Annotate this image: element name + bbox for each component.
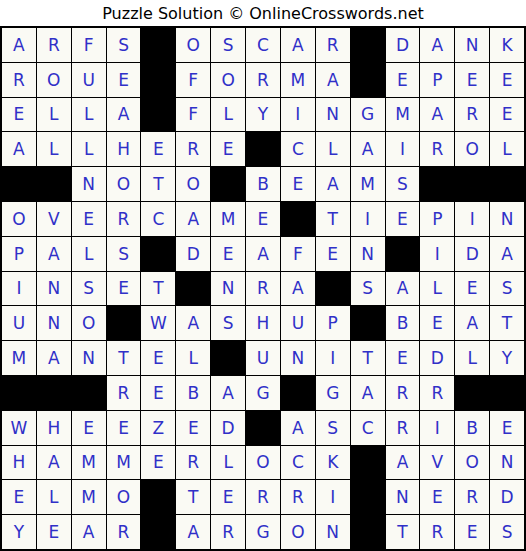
letter-cell-r4c13: R	[420, 132, 454, 166]
letter-cell-r13c13: V	[420, 446, 454, 480]
letter-cell-r8c8: R	[246, 272, 280, 306]
letter-cell-r8c7: N	[211, 272, 245, 306]
block-cell-r15c5	[141, 515, 175, 549]
letter-cell-r6c14: I	[455, 202, 489, 236]
block-cell-r1c11	[351, 28, 385, 62]
block-cell-r5c15	[490, 167, 524, 201]
letter-cell-r1c7: S	[211, 28, 245, 62]
letter-cell-r15c9: O	[281, 515, 315, 549]
letter-cell-r11c13: R	[420, 376, 454, 410]
letter-cell-r7c1: P	[2, 237, 36, 271]
letter-cell-r8c9: A	[281, 272, 315, 306]
letter-cell-r14c12: N	[386, 480, 420, 514]
letter-cell-r5c12: S	[386, 167, 420, 201]
letter-cell-r2c4: E	[107, 63, 141, 97]
letter-cell-r4c14: O	[455, 132, 489, 166]
letter-cell-r13c14: O	[455, 446, 489, 480]
puzzle-solution-page: Puzzle Solution © OnlineCrosswords.net A…	[0, 0, 526, 551]
letter-cell-r12c1: W	[2, 411, 36, 445]
letter-cell-r4c4: H	[107, 132, 141, 166]
letter-cell-r4c9: C	[281, 132, 315, 166]
letter-cell-r8c14: E	[455, 272, 489, 306]
letter-cell-r14c7: E	[211, 480, 245, 514]
letter-cell-r3c4: A	[107, 98, 141, 132]
letter-cell-r14c3: M	[72, 480, 106, 514]
block-cell-r8c10	[316, 272, 350, 306]
block-cell-r7c12	[386, 237, 420, 271]
letter-cell-r2c13: P	[420, 63, 454, 97]
letter-cell-r7c14: D	[455, 237, 489, 271]
letter-cell-r2c8: R	[246, 63, 280, 97]
block-cell-r11c9	[281, 376, 315, 410]
letter-cell-r15c1: Y	[2, 515, 36, 549]
letter-cell-r2c3: U	[72, 63, 106, 97]
letter-cell-r10c9: N	[281, 341, 315, 375]
letter-cell-r5c11: M	[351, 167, 385, 201]
letter-cell-r13c10: K	[316, 446, 350, 480]
block-cell-r2c11	[351, 63, 385, 97]
block-cell-r11c14	[455, 376, 489, 410]
letter-cell-r8c2: N	[37, 272, 71, 306]
letter-cell-r5c8: B	[246, 167, 280, 201]
letter-cell-r10c5: E	[141, 341, 175, 375]
block-cell-r11c3	[72, 376, 106, 410]
letter-cell-r4c5: E	[141, 132, 175, 166]
letter-cell-r8c11: S	[351, 272, 385, 306]
letter-cell-r1c4: S	[107, 28, 141, 62]
letter-cell-r8c1: I	[2, 272, 36, 306]
letter-cell-r12c6: E	[176, 411, 210, 445]
title-bar: Puzzle Solution © OnlineCrosswords.net	[0, 0, 526, 26]
letter-cell-r13c4: M	[107, 446, 141, 480]
letter-cell-r12c9: A	[281, 411, 315, 445]
letter-cell-r5c6: O	[176, 167, 210, 201]
block-cell-r7c5	[141, 237, 175, 271]
block-cell-r5c1	[2, 167, 36, 201]
letter-cell-r9c6: A	[176, 306, 210, 340]
letter-cell-r1c1: A	[2, 28, 36, 62]
letter-cell-r3c7: L	[211, 98, 245, 132]
letter-cell-r2c1: R	[2, 63, 36, 97]
letter-cell-r8c4: E	[107, 272, 141, 306]
letter-cell-r3c13: A	[420, 98, 454, 132]
crossword-grid: ARFSOSCARDANKROUEFORMAEPEEELLAFLYINGMARE…	[0, 26, 526, 551]
letter-cell-r10c10: I	[316, 341, 350, 375]
letter-cell-r11c12: R	[386, 376, 420, 410]
letter-cell-r15c12: T	[386, 515, 420, 549]
block-cell-r9c11	[351, 306, 385, 340]
letter-cell-r5c4: O	[107, 167, 141, 201]
letter-cell-r6c2: V	[37, 202, 71, 236]
letter-cell-r9c8: H	[246, 306, 280, 340]
letter-cell-r13c2: A	[37, 446, 71, 480]
letter-cell-r3c1: E	[2, 98, 36, 132]
block-cell-r12c8	[246, 411, 280, 445]
letter-cell-r13c1: H	[2, 446, 36, 480]
letter-cell-r14c2: L	[37, 480, 71, 514]
letter-cell-r12c5: Z	[141, 411, 175, 445]
letter-cell-r10c1: M	[2, 341, 36, 375]
letter-cell-r1c10: R	[316, 28, 350, 62]
letter-cell-r4c15: L	[490, 132, 524, 166]
letter-cell-r8c13: L	[420, 272, 454, 306]
letter-cell-r11c4: R	[107, 376, 141, 410]
letter-cell-r7c3: L	[72, 237, 106, 271]
letter-cell-r4c11: A	[351, 132, 385, 166]
block-cell-r10c7	[211, 341, 245, 375]
letter-cell-r6c7: M	[211, 202, 245, 236]
letter-cell-r6c15: N	[490, 202, 524, 236]
letter-cell-r6c12: E	[386, 202, 420, 236]
letter-cell-r4c12: I	[386, 132, 420, 166]
block-cell-r11c1	[2, 376, 36, 410]
letter-cell-r9c14: A	[455, 306, 489, 340]
letter-cell-r6c11: I	[351, 202, 385, 236]
letter-cell-r2c7: O	[211, 63, 245, 97]
letter-cell-r11c5: E	[141, 376, 175, 410]
letter-cell-r8c15: S	[490, 272, 524, 306]
letter-cell-r10c8: U	[246, 341, 280, 375]
letter-cell-r10c14: L	[455, 341, 489, 375]
letter-cell-r13c3: M	[72, 446, 106, 480]
letter-cell-r1c8: C	[246, 28, 280, 62]
letter-cell-r13c9: C	[281, 446, 315, 480]
block-cell-r13c11	[351, 446, 385, 480]
block-cell-r6c9	[281, 202, 315, 236]
letter-cell-r15c6: A	[176, 515, 210, 549]
block-cell-r3c5	[141, 98, 175, 132]
letter-cell-r4c1: A	[2, 132, 36, 166]
letter-cell-r6c8: E	[246, 202, 280, 236]
letter-cell-r6c13: P	[420, 202, 454, 236]
letter-cell-r9c3: O	[72, 306, 106, 340]
letter-cell-r13c7: L	[211, 446, 245, 480]
letter-cell-r11c10: G	[316, 376, 350, 410]
letter-cell-r6c1: O	[2, 202, 36, 236]
letter-cell-r7c13: I	[420, 237, 454, 271]
letter-cell-r15c8: G	[246, 515, 280, 549]
block-cell-r5c14	[455, 167, 489, 201]
letter-cell-r8c12: A	[386, 272, 420, 306]
block-cell-r2c5	[141, 63, 175, 97]
letter-cell-r5c10: A	[316, 167, 350, 201]
block-cell-r11c15	[490, 376, 524, 410]
letter-cell-r12c11: C	[351, 411, 385, 445]
letter-cell-r7c7: E	[211, 237, 245, 271]
letter-cell-r14c13: E	[420, 480, 454, 514]
letter-cell-r5c9: E	[281, 167, 315, 201]
letter-cell-r6c10: T	[316, 202, 350, 236]
letter-cell-r7c10: E	[316, 237, 350, 271]
letter-cell-r12c3: E	[72, 411, 106, 445]
letter-cell-r4c10: L	[316, 132, 350, 166]
letter-cell-r6c6: A	[176, 202, 210, 236]
letter-cell-r5c3: N	[72, 167, 106, 201]
letter-cell-r15c2: E	[37, 515, 71, 549]
letter-cell-r7c9: F	[281, 237, 315, 271]
letter-cell-r2c2: O	[37, 63, 71, 97]
letter-cell-r12c12: R	[386, 411, 420, 445]
letter-cell-r3c15: E	[490, 98, 524, 132]
block-cell-r14c11	[351, 480, 385, 514]
letter-cell-r2c9: M	[281, 63, 315, 97]
letter-cell-r3c14: R	[455, 98, 489, 132]
letter-cell-r10c4: T	[107, 341, 141, 375]
letter-cell-r9c13: E	[420, 306, 454, 340]
letter-cell-r1c3: F	[72, 28, 106, 62]
block-cell-r5c7	[211, 167, 245, 201]
letter-cell-r12c15: E	[490, 411, 524, 445]
letter-cell-r4c7: E	[211, 132, 245, 166]
block-cell-r14c5	[141, 480, 175, 514]
letter-cell-r11c8: G	[246, 376, 280, 410]
letter-cell-r10c13: D	[420, 341, 454, 375]
block-cell-r11c2	[37, 376, 71, 410]
letter-cell-r4c2: L	[37, 132, 71, 166]
letter-cell-r1c14: N	[455, 28, 489, 62]
letter-cell-r1c6: O	[176, 28, 210, 62]
block-cell-r15c11	[351, 515, 385, 549]
letter-cell-r9c5: W	[141, 306, 175, 340]
letter-cell-r14c15: D	[490, 480, 524, 514]
letter-cell-r15c15: S	[490, 515, 524, 549]
block-cell-r8c6	[176, 272, 210, 306]
letter-cell-r3c6: F	[176, 98, 210, 132]
letter-cell-r14c14: R	[455, 480, 489, 514]
block-cell-r5c2	[37, 167, 71, 201]
letter-cell-r13c8: O	[246, 446, 280, 480]
letter-cell-r14c8: R	[246, 480, 280, 514]
letter-cell-r15c4: R	[107, 515, 141, 549]
letter-cell-r12c4: E	[107, 411, 141, 445]
letter-cell-r6c5: C	[141, 202, 175, 236]
letter-cell-r15c7: R	[211, 515, 245, 549]
letter-cell-r2c15: E	[490, 63, 524, 97]
block-cell-r9c4	[107, 306, 141, 340]
letter-cell-r3c10: N	[316, 98, 350, 132]
letter-cell-r13c6: R	[176, 446, 210, 480]
letter-cell-r11c7: A	[211, 376, 245, 410]
letter-cell-r12c7: D	[211, 411, 245, 445]
letter-cell-r14c6: T	[176, 480, 210, 514]
letter-cell-r7c8: A	[246, 237, 280, 271]
letter-cell-r3c9: I	[281, 98, 315, 132]
letter-cell-r1c13: A	[420, 28, 454, 62]
letter-cell-r12c14: B	[455, 411, 489, 445]
block-cell-r4c8	[246, 132, 280, 166]
letter-cell-r4c3: L	[72, 132, 106, 166]
letter-cell-r6c4: R	[107, 202, 141, 236]
letter-cell-r9c9: U	[281, 306, 315, 340]
letter-cell-r9c7: S	[211, 306, 245, 340]
letter-cell-r10c6: L	[176, 341, 210, 375]
letter-cell-r3c11: G	[351, 98, 385, 132]
letter-cell-r3c2: L	[37, 98, 71, 132]
letter-cell-r11c11: A	[351, 376, 385, 410]
block-cell-r1c5	[141, 28, 175, 62]
letter-cell-r15c14: E	[455, 515, 489, 549]
letter-cell-r6c3: E	[72, 202, 106, 236]
letter-cell-r3c3: L	[72, 98, 106, 132]
letter-cell-r10c3: N	[72, 341, 106, 375]
letter-cell-r5c5: T	[141, 167, 175, 201]
letter-cell-r4c6: R	[176, 132, 210, 166]
letter-cell-r7c15: A	[490, 237, 524, 271]
letter-cell-r9c12: B	[386, 306, 420, 340]
page-title: Puzzle Solution © OnlineCrosswords.net	[102, 4, 424, 23]
letter-cell-r3c12: M	[386, 98, 420, 132]
letter-cell-r9c1: U	[2, 306, 36, 340]
letter-cell-r2c12: E	[386, 63, 420, 97]
letter-cell-r7c2: A	[37, 237, 71, 271]
letter-cell-r14c9: R	[281, 480, 315, 514]
letter-cell-r10c15: Y	[490, 341, 524, 375]
letter-cell-r15c3: A	[72, 515, 106, 549]
letter-cell-r14c4: O	[107, 480, 141, 514]
letter-cell-r7c11: N	[351, 237, 385, 271]
letter-cell-r10c12: E	[386, 341, 420, 375]
letter-cell-r7c4: S	[107, 237, 141, 271]
letter-cell-r12c13: I	[420, 411, 454, 445]
letter-cell-r14c10: I	[316, 480, 350, 514]
letter-cell-r13c15: N	[490, 446, 524, 480]
letter-cell-r14c1: E	[2, 480, 36, 514]
letter-cell-r3c8: Y	[246, 98, 280, 132]
letter-cell-r15c13: R	[420, 515, 454, 549]
letter-cell-r9c15: T	[490, 306, 524, 340]
block-cell-r5c13	[420, 167, 454, 201]
letter-cell-r2c6: F	[176, 63, 210, 97]
letter-cell-r8c3: S	[72, 272, 106, 306]
letter-cell-r10c2: A	[37, 341, 71, 375]
letter-cell-r13c12: A	[386, 446, 420, 480]
letter-cell-r1c9: A	[281, 28, 315, 62]
letter-cell-r12c10: S	[316, 411, 350, 445]
letter-cell-r8c5: T	[141, 272, 175, 306]
letter-cell-r12c2: H	[37, 411, 71, 445]
letter-cell-r11c6: B	[176, 376, 210, 410]
letter-cell-r2c10: A	[316, 63, 350, 97]
letter-cell-r7c6: D	[176, 237, 210, 271]
letter-cell-r15c10: N	[316, 515, 350, 549]
letter-cell-r1c2: R	[37, 28, 71, 62]
letter-cell-r1c15: K	[490, 28, 524, 62]
letter-cell-r9c10: P	[316, 306, 350, 340]
letter-cell-r1c12: D	[386, 28, 420, 62]
letter-cell-r2c14: E	[455, 63, 489, 97]
letter-cell-r13c5: E	[141, 446, 175, 480]
letter-cell-r10c11: T	[351, 341, 385, 375]
letter-cell-r9c2: N	[37, 306, 71, 340]
